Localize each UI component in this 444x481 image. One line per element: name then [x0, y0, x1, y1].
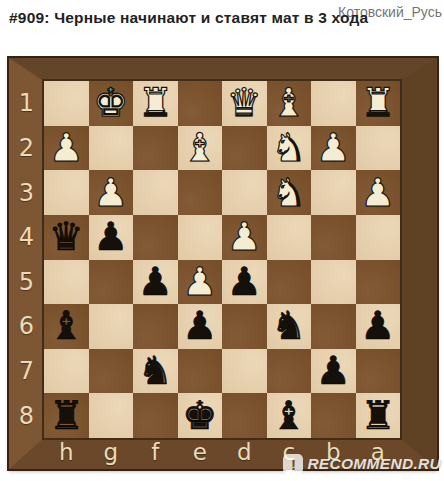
square-h1: [44, 81, 89, 126]
square-e7: [178, 349, 223, 394]
square-f4: [133, 215, 178, 260]
square-a8: ♜: [356, 393, 401, 438]
square-c3: ♞: [267, 170, 312, 215]
white-king-g1: ♚: [93, 81, 128, 125]
square-h5: [44, 260, 89, 305]
square-g4: ♟: [89, 215, 134, 260]
square-b6: [311, 304, 356, 349]
rank-label-1: 1: [9, 89, 44, 117]
square-h8: ♜: [44, 393, 89, 438]
file-label-d: d: [222, 438, 267, 469]
square-d3: [222, 170, 267, 215]
file-label-h: h: [44, 438, 89, 469]
file-label-g: g: [89, 438, 134, 469]
square-d1: ♛: [222, 81, 267, 126]
square-h6: ♝: [44, 304, 89, 349]
rank-label-2: 2: [9, 134, 44, 162]
square-g2: [89, 126, 134, 171]
square-h3: [44, 170, 89, 215]
rank-label-8: 8: [9, 402, 44, 430]
square-e5: ♟: [178, 260, 223, 305]
square-f1: ♜: [133, 81, 178, 126]
black-pawn-d5: ♟: [227, 260, 262, 304]
square-f2: [133, 126, 178, 171]
square-c2: ♞: [267, 126, 312, 171]
white-rook-a1: ♜: [360, 81, 395, 125]
black-pawn-g4: ♟: [93, 215, 128, 259]
square-g8: [89, 393, 134, 438]
square-c4: [267, 215, 312, 260]
square-a7: [356, 349, 401, 394]
square-d2: [222, 126, 267, 171]
rank-label-5: 5: [9, 268, 44, 296]
white-pawn-a3: ♟: [360, 171, 395, 215]
white-pawn-b2: ♟: [316, 126, 351, 170]
square-a6: ♟: [356, 304, 401, 349]
square-c1: ♝: [267, 81, 312, 126]
file-label-e: e: [178, 438, 223, 469]
black-rook-a8: ♜: [360, 394, 395, 438]
square-g6: [89, 304, 134, 349]
square-h7: [44, 349, 89, 394]
white-bishop-e2: ♝: [182, 126, 217, 170]
black-pawn-a6: ♟: [360, 304, 395, 348]
square-f3: [133, 170, 178, 215]
square-d8: [222, 393, 267, 438]
square-a3: ♟: [356, 170, 401, 215]
black-rook-h8: ♜: [49, 394, 84, 438]
rank-label-7: 7: [9, 357, 44, 385]
square-f7: ♞: [133, 349, 178, 394]
white-queen-d1: ♛: [227, 81, 262, 125]
rank-label-3: 3: [9, 179, 44, 207]
square-g3: ♟: [89, 170, 134, 215]
square-c7: [267, 349, 312, 394]
square-e1: [178, 81, 223, 126]
square-f8: [133, 393, 178, 438]
chess-board-frame: ♚♜♛♝♜♟♝♞♟♟♞♟♛♟♟♟♟♟♝♟♞♟♞♟♜♚♝♜12345678hgfe…: [9, 58, 437, 469]
rank-label-4: 4: [9, 223, 44, 251]
black-pawn-f5: ♟: [138, 260, 173, 304]
square-b8: [311, 393, 356, 438]
white-rook-f1: ♜: [138, 81, 173, 125]
square-h2: ♟: [44, 126, 89, 171]
white-pawn-h2: ♟: [49, 126, 84, 170]
page-title: #909: Черные начинают и ставят мат в 3 х…: [9, 9, 369, 27]
white-pawn-e5: ♟: [182, 260, 217, 304]
square-a5: [356, 260, 401, 305]
square-a2: [356, 126, 401, 171]
square-c6: ♞: [267, 304, 312, 349]
black-knight-f7: ♞: [138, 349, 173, 393]
square-h4: ♛: [44, 215, 89, 260]
chess-board: ♚♜♛♝♜♟♝♞♟♟♞♟♛♟♟♟♟♟♝♟♞♟♞♟♜♚♝♜12345678hgfe…: [44, 81, 400, 438]
watermark-text: RECOMMEND.RU: [307, 455, 441, 473]
white-bishop-c1: ♝: [271, 81, 306, 125]
square-b1: [311, 81, 356, 126]
square-e8: ♚: [178, 393, 223, 438]
square-e6: ♟: [178, 304, 223, 349]
white-knight-c2: ♞: [271, 126, 306, 170]
watermark[interactable]: ! RECOMMEND.RU: [283, 454, 441, 474]
rank-label-6: 6: [9, 312, 44, 340]
square-b7: ♟: [311, 349, 356, 394]
black-pawn-b7: ♟: [316, 349, 351, 393]
square-d5: ♟: [222, 260, 267, 305]
file-label-f: f: [133, 438, 178, 469]
square-c5: [267, 260, 312, 305]
square-g1: ♚: [89, 81, 134, 126]
speech-bubble-exclamation-icon: !: [283, 454, 303, 474]
black-pawn-e6: ♟: [182, 304, 217, 348]
square-a1: ♜: [356, 81, 401, 126]
black-bishop-h6: ♝: [49, 304, 84, 348]
black-knight-c6: ♞: [271, 304, 306, 348]
square-e3: [178, 170, 223, 215]
square-a4: [356, 215, 401, 260]
square-d6: [222, 304, 267, 349]
black-bishop-c8: ♝: [271, 394, 306, 438]
square-g5: [89, 260, 134, 305]
square-f6: [133, 304, 178, 349]
square-d7: [222, 349, 267, 394]
square-d4: ♟: [222, 215, 267, 260]
square-e4: [178, 215, 223, 260]
square-b5: [311, 260, 356, 305]
square-b2: ♟: [311, 126, 356, 171]
square-e2: ♝: [178, 126, 223, 171]
white-pawn-g3: ♟: [93, 171, 128, 215]
square-b3: [311, 170, 356, 215]
square-c8: ♝: [267, 393, 312, 438]
square-g7: [89, 349, 134, 394]
black-queen-h4: ♛: [49, 215, 84, 259]
white-knight-c3: ♞: [271, 171, 306, 215]
black-king-e8: ♚: [182, 394, 217, 438]
white-pawn-d4: ♟: [227, 215, 262, 259]
square-f5: ♟: [133, 260, 178, 305]
square-b4: [311, 215, 356, 260]
